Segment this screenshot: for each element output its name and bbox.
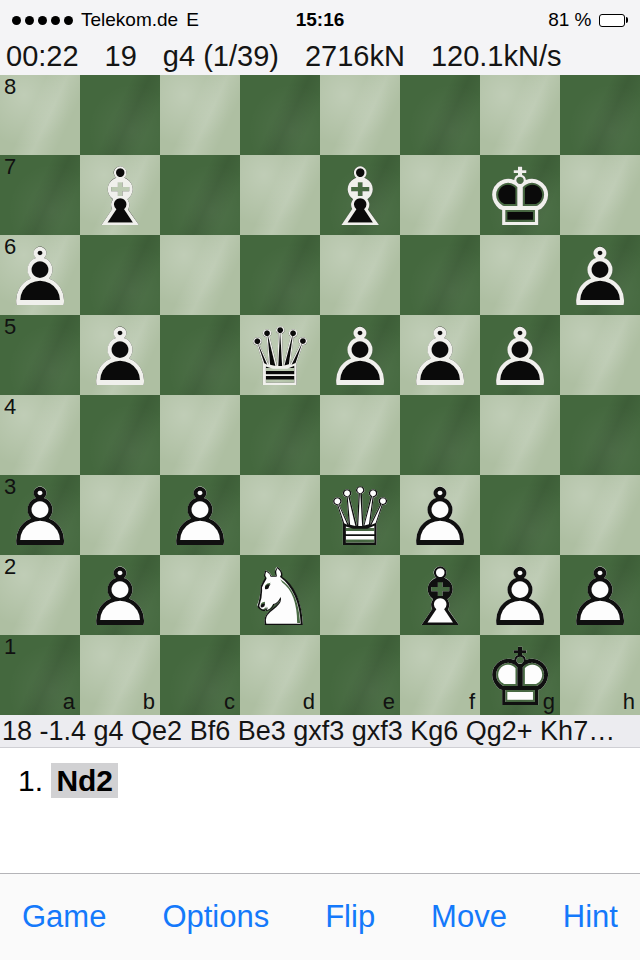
square-a2[interactable]: 2 — [0, 555, 80, 635]
square-b5[interactable]: ♟♙ — [80, 315, 160, 395]
rank-label-2: 2 — [4, 556, 16, 578]
black-pawn: ♟♙ — [0, 235, 80, 315]
square-c8[interactable] — [160, 75, 240, 155]
square-e2[interactable] — [320, 555, 400, 635]
white-pawn: ♟♙ — [560, 555, 640, 635]
piece-outline: ♙ — [0, 235, 80, 315]
piece-outline: ♔ — [480, 155, 560, 235]
square-e8[interactable] — [320, 75, 400, 155]
rank-label-4: 4 — [4, 396, 16, 418]
piece-outline: ♙ — [480, 555, 560, 635]
square-e5[interactable]: ♟♙ — [320, 315, 400, 395]
black-queen: ♛♕ — [240, 315, 320, 395]
square-d6[interactable] — [240, 235, 320, 315]
rank-label-1: 1 — [4, 636, 16, 658]
rank-label-8: 8 — [4, 76, 16, 98]
toolbar-button-game[interactable]: Game — [22, 899, 106, 935]
square-g8[interactable] — [480, 75, 560, 155]
engine-status-bar: 00:22 19 g4 (1/39) 2716kN 120.1kN/s — [0, 40, 640, 75]
square-c7[interactable] — [160, 155, 240, 235]
white-knight: ♞♘ — [240, 555, 320, 635]
square-f7[interactable] — [400, 155, 480, 235]
carrier-label: Telekom.de — [81, 9, 178, 31]
black-pawn: ♟♙ — [480, 315, 560, 395]
black-pawn: ♟♙ — [320, 315, 400, 395]
signal-dot — [38, 16, 47, 25]
square-a8[interactable]: 8 — [0, 75, 80, 155]
bottom-toolbar: GameOptionsFlipMoveHint — [0, 873, 640, 960]
square-g4[interactable] — [480, 395, 560, 475]
black-king: ♚♔ — [480, 155, 560, 235]
square-h1[interactable]: h — [560, 635, 640, 715]
square-g2[interactable]: ♟♙ — [480, 555, 560, 635]
piece-outline: ♗ — [400, 555, 480, 635]
piece-outline: ♗ — [320, 155, 400, 235]
file-label-e: e — [383, 691, 395, 713]
square-h3[interactable] — [560, 475, 640, 555]
square-d3[interactable] — [240, 475, 320, 555]
engine-depth: 19 — [105, 40, 137, 73]
battery-percent-label: 81 % — [548, 9, 591, 31]
square-d7[interactable] — [240, 155, 320, 235]
black-pawn: ♟♙ — [400, 315, 480, 395]
network-type-label: E — [186, 9, 199, 31]
rank-label-7: 7 — [4, 156, 16, 178]
white-pawn: ♟♙ — [480, 555, 560, 635]
black-pawn: ♟♙ — [80, 315, 160, 395]
white-pawn: ♟♙ — [400, 475, 480, 555]
square-f3[interactable]: ♟♙ — [400, 475, 480, 555]
square-e3[interactable]: ♛♕ — [320, 475, 400, 555]
engine-current-move: g4 (1/39) — [163, 40, 279, 73]
engine-nodes: 2716kN — [305, 40, 405, 73]
square-d4[interactable] — [240, 395, 320, 475]
file-label-h: h — [623, 691, 635, 713]
app-screen: Telekom.de E 15:16 81 % 00:22 19 g4 (1/3… — [0, 0, 640, 960]
square-g5[interactable]: ♟♙ — [480, 315, 560, 395]
white-pawn: ♟♙ — [0, 475, 80, 555]
piece-outline: ♕ — [320, 475, 400, 555]
black-pawn: ♟♙ — [560, 235, 640, 315]
square-d5[interactable]: ♛♕ — [240, 315, 320, 395]
selected-move[interactable]: Nd2 — [51, 763, 118, 798]
square-e4[interactable] — [320, 395, 400, 475]
square-b1[interactable]: b — [80, 635, 160, 715]
move-list: 1. Nd2 — [0, 748, 640, 872]
black-bishop: ♝♗ — [320, 155, 400, 235]
square-b7[interactable]: ♝♗ — [80, 155, 160, 235]
piece-outline: ♙ — [80, 555, 160, 635]
rank-label-5: 5 — [4, 316, 16, 338]
chess-board: 87♝♗♝♗♚♔6♟♙♟♙5♟♙♛♕♟♙♟♙♟♙43♟♙♟♙♛♕♟♙2♟♙♞♘♝… — [0, 75, 640, 715]
white-queen: ♛♕ — [320, 475, 400, 555]
black-bishop: ♝♗ — [80, 155, 160, 235]
square-f5[interactable]: ♟♙ — [400, 315, 480, 395]
piece-outline: ♔ — [480, 635, 560, 715]
file-label-f: f — [469, 691, 475, 713]
square-a1[interactable]: 1a — [0, 635, 80, 715]
white-king: ♚♔ — [480, 635, 560, 715]
file-label-c: c — [224, 691, 235, 713]
square-f2[interactable]: ♝♗ — [400, 555, 480, 635]
square-e7[interactable]: ♝♗ — [320, 155, 400, 235]
square-b4[interactable] — [80, 395, 160, 475]
toolbar-button-flip[interactable]: Flip — [325, 899, 375, 935]
signal-strength-icon — [12, 16, 73, 25]
white-pawn: ♟♙ — [160, 475, 240, 555]
square-b3[interactable] — [80, 475, 160, 555]
square-a6[interactable]: 6♟♙ — [0, 235, 80, 315]
piece-outline: ♙ — [320, 315, 400, 395]
piece-outline: ♙ — [480, 315, 560, 395]
piece-outline: ♕ — [240, 315, 320, 395]
square-c5[interactable] — [160, 315, 240, 395]
square-g6[interactable] — [480, 235, 560, 315]
battery-icon — [599, 14, 629, 27]
square-c6[interactable] — [160, 235, 240, 315]
white-pawn: ♟♙ — [80, 555, 160, 635]
square-b8[interactable] — [80, 75, 160, 155]
square-c3[interactable]: ♟♙ — [160, 475, 240, 555]
square-a5[interactable]: 5 — [0, 315, 80, 395]
square-g1[interactable]: g♚♔ — [480, 635, 560, 715]
square-a4[interactable]: 4 — [0, 395, 80, 475]
piece-outline: ♙ — [0, 475, 80, 555]
square-a7[interactable]: 7 — [0, 155, 80, 235]
square-c2[interactable] — [160, 555, 240, 635]
square-d8[interactable] — [240, 75, 320, 155]
status-bar: Telekom.de E 15:16 81 % — [0, 0, 640, 40]
square-b6[interactable] — [80, 235, 160, 315]
square-f6[interactable] — [400, 235, 480, 315]
toolbar-button-move[interactable]: Move — [431, 899, 507, 935]
square-d2[interactable]: ♞♘ — [240, 555, 320, 635]
white-bishop: ♝♗ — [400, 555, 480, 635]
toolbar-button-hint[interactable]: Hint — [563, 899, 618, 935]
square-c4[interactable] — [160, 395, 240, 475]
engine-elapsed-time: 00:22 — [6, 40, 79, 73]
square-a3[interactable]: 3♟♙ — [0, 475, 80, 555]
square-f8[interactable] — [400, 75, 480, 155]
piece-outline: ♙ — [160, 475, 240, 555]
square-g3[interactable] — [480, 475, 560, 555]
piece-outline: ♙ — [560, 555, 640, 635]
square-f1[interactable]: f — [400, 635, 480, 715]
file-label-a: a — [63, 691, 75, 713]
piece-outline: ♘ — [240, 555, 320, 635]
square-e1[interactable]: e — [320, 635, 400, 715]
square-f4[interactable] — [400, 395, 480, 475]
piece-outline: ♙ — [400, 315, 480, 395]
square-e6[interactable] — [320, 235, 400, 315]
square-c1[interactable]: c — [160, 635, 240, 715]
square-d1[interactable]: d — [240, 635, 320, 715]
piece-outline: ♙ — [560, 235, 640, 315]
signal-dot — [51, 16, 60, 25]
square-b2[interactable]: ♟♙ — [80, 555, 160, 635]
engine-speed: 120.1kN/s — [431, 40, 562, 73]
square-h2[interactable]: ♟♙ — [560, 555, 640, 635]
square-h8[interactable] — [560, 75, 640, 155]
square-h6[interactable]: ♟♙ — [560, 235, 640, 315]
file-label-d: d — [303, 691, 315, 713]
square-g7[interactable]: ♚♔ — [480, 155, 560, 235]
signal-dot — [25, 16, 34, 25]
move-number: 1. — [18, 764, 43, 797]
square-h5[interactable] — [560, 315, 640, 395]
file-label-b: b — [143, 691, 155, 713]
square-h4[interactable] — [560, 395, 640, 475]
toolbar-button-options[interactable]: Options — [162, 899, 269, 935]
square-h7[interactable] — [560, 155, 640, 235]
signal-dot — [64, 16, 73, 25]
piece-outline: ♙ — [400, 475, 480, 555]
piece-outline: ♗ — [80, 155, 160, 235]
piece-outline: ♙ — [80, 315, 160, 395]
signal-dot — [12, 16, 21, 25]
